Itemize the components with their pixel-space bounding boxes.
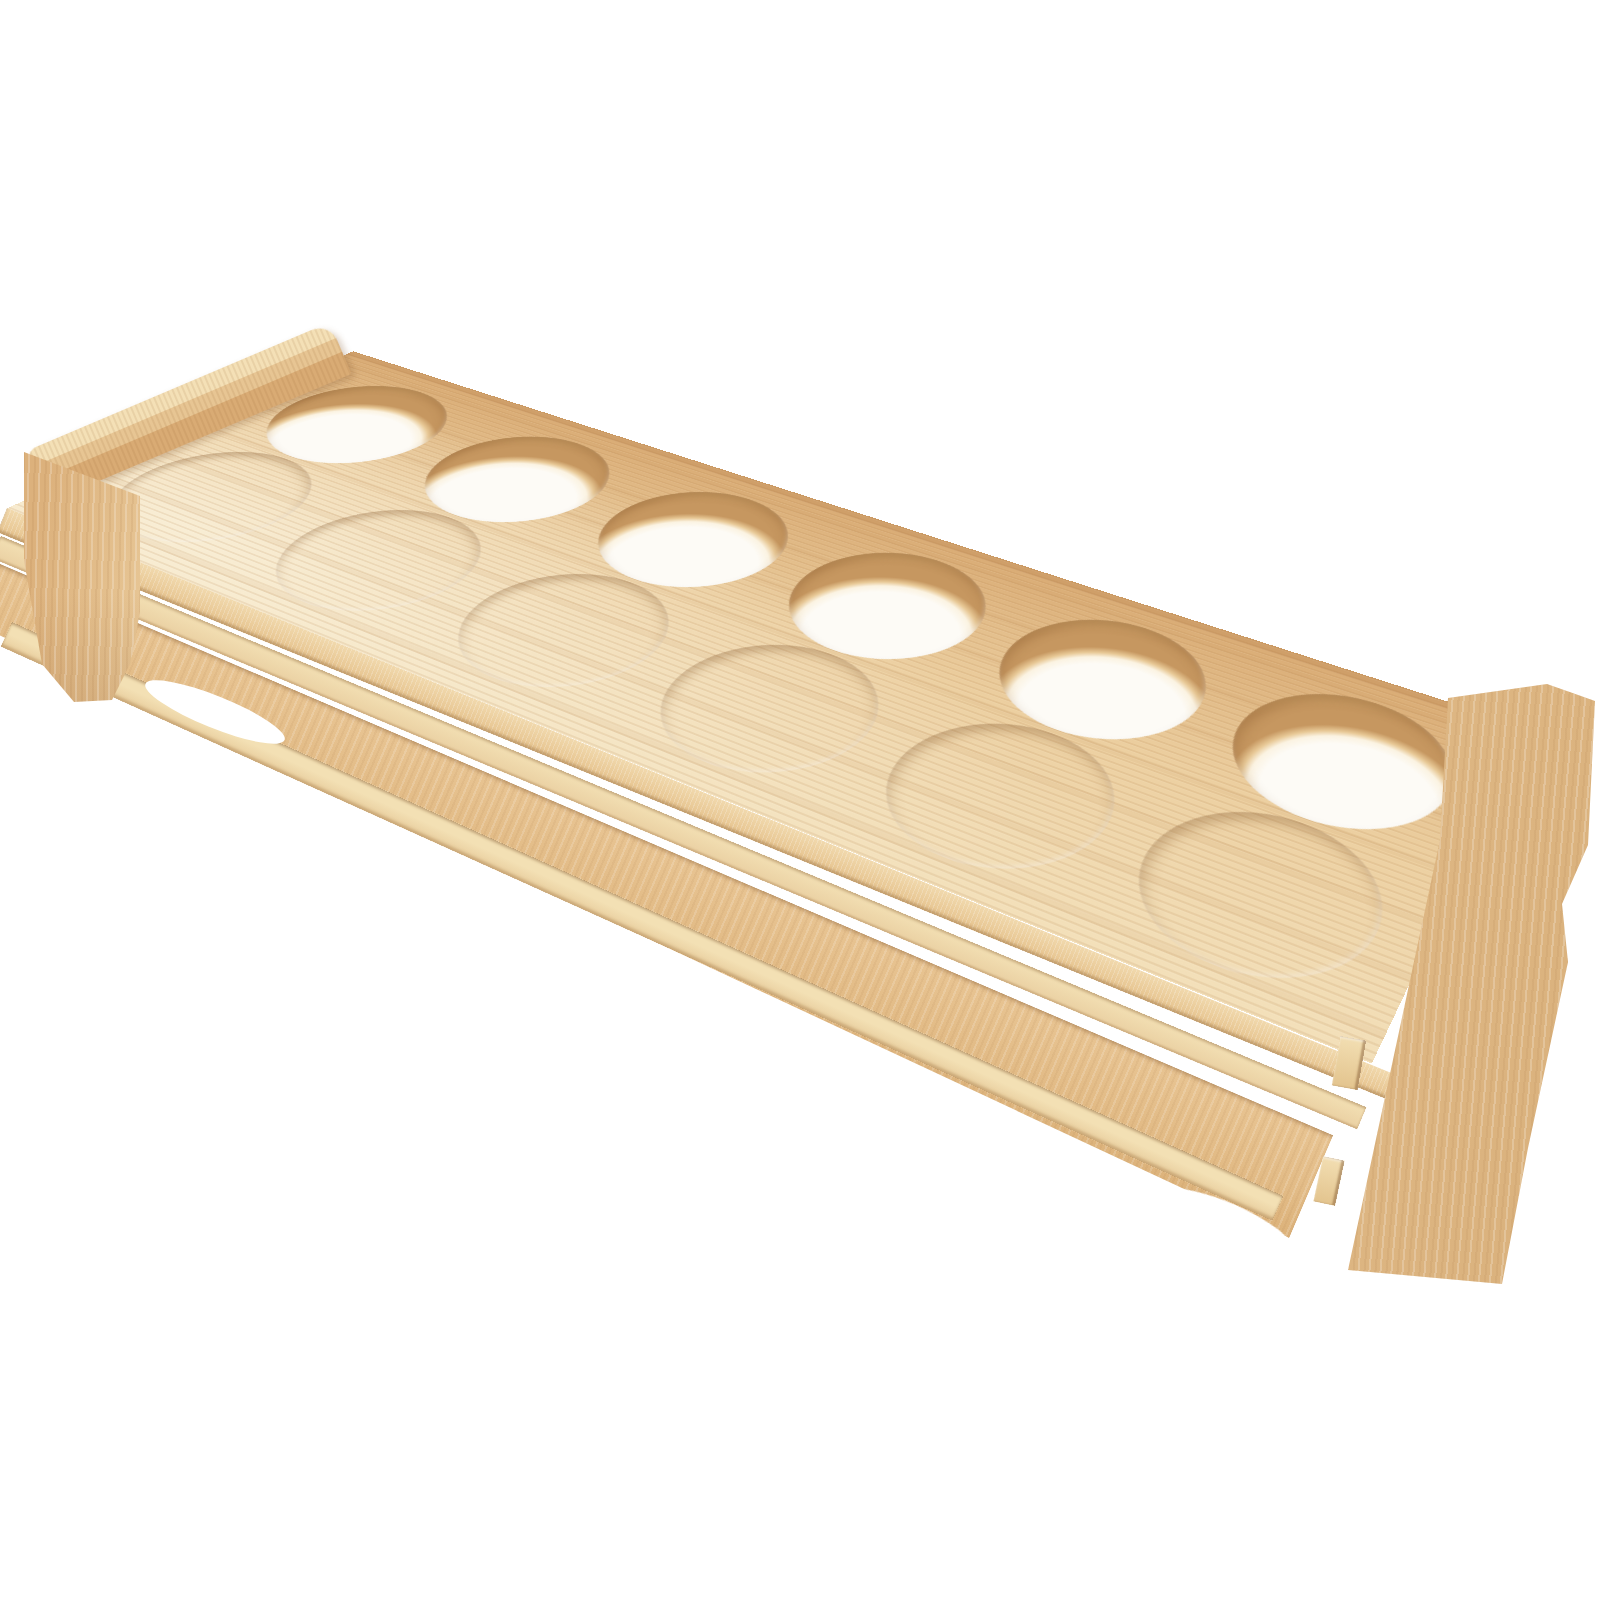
bamboo-mancala-tray-photo (0, 0, 1600, 1600)
